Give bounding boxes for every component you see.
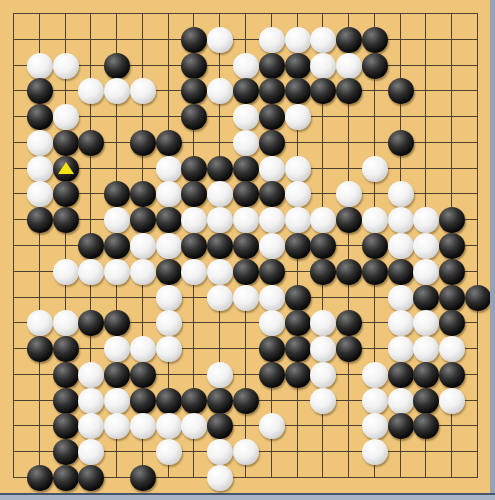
- white-stone: [233, 285, 259, 311]
- white-stone: [27, 130, 53, 156]
- white-stone: [233, 104, 259, 130]
- black-stone: [207, 388, 233, 414]
- black-stone: [336, 207, 362, 233]
- grid-line-horizontal: [13, 425, 478, 426]
- grid-line-horizontal: [13, 322, 478, 323]
- black-stone: [388, 259, 414, 285]
- black-stone: [181, 156, 207, 182]
- white-stone: [285, 181, 311, 207]
- black-stone: [336, 78, 362, 104]
- grid-line-horizontal: [13, 39, 478, 40]
- black-stone: [285, 285, 311, 311]
- black-stone: [207, 156, 233, 182]
- grid-line-horizontal: [13, 90, 478, 91]
- black-stone: [233, 181, 259, 207]
- white-stone: [362, 207, 388, 233]
- black-stone: [181, 388, 207, 414]
- white-stone: [310, 388, 336, 414]
- white-stone: [362, 439, 388, 465]
- white-stone: [259, 310, 285, 336]
- white-stone: [130, 78, 156, 104]
- black-stone: [156, 388, 182, 414]
- black-stone: [388, 78, 414, 104]
- black-stone: [362, 27, 388, 53]
- grid-line-horizontal: [13, 374, 478, 375]
- black-stone: [53, 130, 79, 156]
- white-stone: [388, 310, 414, 336]
- black-stone: [104, 181, 130, 207]
- white-stone: [362, 156, 388, 182]
- black-stone: [310, 259, 336, 285]
- black-stone: [207, 413, 233, 439]
- black-stone: [285, 336, 311, 362]
- white-stone: [336, 181, 362, 207]
- white-stone: [156, 336, 182, 362]
- black-stone: [233, 388, 259, 414]
- white-stone: [310, 362, 336, 388]
- white-stone: [413, 336, 439, 362]
- black-stone: [336, 336, 362, 362]
- black-stone: [362, 259, 388, 285]
- black-stone: [233, 78, 259, 104]
- white-stone: [207, 181, 233, 207]
- white-stone: [413, 310, 439, 336]
- black-stone: [181, 233, 207, 259]
- black-stone: [439, 259, 465, 285]
- black-stone: [78, 310, 104, 336]
- black-stone: [156, 259, 182, 285]
- black-stone: [181, 181, 207, 207]
- black-stone: [53, 465, 79, 491]
- white-stone: [388, 233, 414, 259]
- black-stone: [207, 233, 233, 259]
- black-stone: [181, 104, 207, 130]
- black-stone: [439, 362, 465, 388]
- white-stone: [233, 130, 259, 156]
- black-stone: [336, 27, 362, 53]
- black-stone: [27, 465, 53, 491]
- white-stone: [53, 310, 79, 336]
- grid-line-vertical: [297, 13, 298, 478]
- black-stone: [413, 362, 439, 388]
- black-stone: [259, 78, 285, 104]
- white-stone: [285, 27, 311, 53]
- white-stone: [388, 207, 414, 233]
- black-stone: [259, 259, 285, 285]
- white-stone: [130, 233, 156, 259]
- black-stone: [336, 259, 362, 285]
- black-stone: [78, 130, 104, 156]
- white-stone: [388, 388, 414, 414]
- black-stone: [53, 207, 79, 233]
- white-stone: [181, 259, 207, 285]
- white-stone: [27, 181, 53, 207]
- black-stone: [285, 78, 311, 104]
- black-stone: [259, 336, 285, 362]
- black-stone: [104, 310, 130, 336]
- grid-line-vertical: [219, 13, 220, 478]
- grid-line-horizontal: [13, 65, 478, 66]
- black-stone: [53, 413, 79, 439]
- black-stone: [130, 362, 156, 388]
- white-stone: [336, 53, 362, 79]
- white-stone: [233, 53, 259, 79]
- white-stone: [259, 27, 285, 53]
- grid-line-vertical: [168, 13, 169, 478]
- black-stone: [53, 156, 79, 182]
- black-stone: [130, 388, 156, 414]
- black-stone: [53, 181, 79, 207]
- white-stone: [285, 104, 311, 130]
- white-stone: [104, 259, 130, 285]
- black-stone: [130, 207, 156, 233]
- black-stone: [53, 362, 79, 388]
- black-stone: [310, 78, 336, 104]
- black-stone: [130, 130, 156, 156]
- grid-line-vertical: [39, 13, 40, 478]
- grid-line-horizontal: [13, 13, 478, 14]
- grid-line-horizontal: [13, 297, 478, 298]
- black-stone: [78, 465, 104, 491]
- white-stone: [27, 53, 53, 79]
- grid-line-horizontal: [13, 477, 478, 478]
- white-stone: [207, 285, 233, 311]
- go-board[interactable]: [0, 0, 495, 500]
- white-stone: [181, 207, 207, 233]
- white-stone: [156, 156, 182, 182]
- white-stone: [156, 285, 182, 311]
- white-stone: [27, 310, 53, 336]
- black-stone: [130, 181, 156, 207]
- grid-line-horizontal: [13, 116, 478, 117]
- white-stone: [78, 362, 104, 388]
- grid-line-horizontal: [13, 400, 478, 401]
- white-stone: [156, 233, 182, 259]
- black-stone: [27, 104, 53, 130]
- black-stone: [104, 362, 130, 388]
- white-stone: [207, 362, 233, 388]
- black-stone: [362, 53, 388, 79]
- white-stone: [413, 233, 439, 259]
- black-stone: [181, 78, 207, 104]
- black-stone: [259, 130, 285, 156]
- screenshot-root: [0, 0, 495, 500]
- triangle-marker: [58, 162, 74, 174]
- black-stone: [53, 439, 79, 465]
- grid-line-vertical: [271, 13, 272, 478]
- white-stone: [259, 413, 285, 439]
- white-stone: [310, 336, 336, 362]
- white-stone: [104, 388, 130, 414]
- black-stone: [336, 310, 362, 336]
- white-stone: [104, 207, 130, 233]
- white-stone: [310, 27, 336, 53]
- black-stone: [413, 285, 439, 311]
- grid-line-horizontal: [13, 193, 478, 194]
- black-stone: [388, 130, 414, 156]
- black-stone: [181, 27, 207, 53]
- white-stone: [310, 207, 336, 233]
- white-stone: [285, 156, 311, 182]
- grid-line-vertical: [451, 13, 452, 478]
- white-stone: [207, 207, 233, 233]
- black-stone: [310, 233, 336, 259]
- white-stone: [130, 336, 156, 362]
- black-stone: [233, 259, 259, 285]
- black-stone: [362, 233, 388, 259]
- black-stone: [439, 233, 465, 259]
- grid-line-vertical: [65, 13, 66, 478]
- white-stone: [233, 207, 259, 233]
- black-stone: [27, 336, 53, 362]
- black-stone: [413, 388, 439, 414]
- white-stone: [53, 104, 79, 130]
- white-stone: [207, 439, 233, 465]
- white-stone: [78, 388, 104, 414]
- black-stone: [78, 233, 104, 259]
- white-stone: [104, 336, 130, 362]
- white-stone: [310, 53, 336, 79]
- grid-line-vertical: [348, 13, 349, 478]
- white-stone: [207, 78, 233, 104]
- white-stone: [78, 259, 104, 285]
- white-stone: [259, 207, 285, 233]
- grid-line-vertical: [400, 13, 401, 478]
- black-stone: [104, 233, 130, 259]
- white-stone: [156, 310, 182, 336]
- grid-line-horizontal: [13, 142, 478, 143]
- black-stone: [439, 207, 465, 233]
- black-stone: [285, 53, 311, 79]
- black-stone: [27, 207, 53, 233]
- white-stone: [207, 259, 233, 285]
- grid-line-horizontal: [13, 451, 478, 452]
- white-stone: [156, 181, 182, 207]
- white-stone: [78, 78, 104, 104]
- white-stone: [53, 259, 79, 285]
- grid-line-vertical: [193, 13, 194, 478]
- black-stone: [465, 285, 491, 311]
- grid-line-vertical: [245, 13, 246, 478]
- grid-line-horizontal: [13, 168, 478, 169]
- grid-line-vertical: [142, 13, 143, 478]
- white-stone: [130, 259, 156, 285]
- black-stone: [104, 53, 130, 79]
- white-stone: [310, 310, 336, 336]
- white-stone: [259, 156, 285, 182]
- black-stone: [53, 388, 79, 414]
- white-stone: [388, 285, 414, 311]
- black-stone: [233, 233, 259, 259]
- white-stone: [207, 465, 233, 491]
- white-stone: [104, 78, 130, 104]
- grid-line-horizontal: [13, 219, 478, 220]
- black-stone: [233, 156, 259, 182]
- black-stone: [388, 413, 414, 439]
- white-stone: [259, 285, 285, 311]
- black-stone: [181, 53, 207, 79]
- black-stone: [285, 310, 311, 336]
- white-stone: [104, 413, 130, 439]
- white-stone: [156, 439, 182, 465]
- black-stone: [259, 53, 285, 79]
- black-stone: [413, 413, 439, 439]
- white-stone: [78, 413, 104, 439]
- black-stone: [259, 104, 285, 130]
- black-stone: [259, 362, 285, 388]
- white-stone: [388, 181, 414, 207]
- black-stone: [130, 465, 156, 491]
- black-stone: [285, 233, 311, 259]
- black-stone: [439, 310, 465, 336]
- grid-line-vertical: [477, 13, 478, 478]
- grid-line-vertical: [90, 13, 91, 478]
- white-stone: [78, 439, 104, 465]
- white-stone: [259, 233, 285, 259]
- white-stone: [27, 156, 53, 182]
- white-stone: [53, 53, 79, 79]
- white-stone: [233, 439, 259, 465]
- white-stone: [181, 413, 207, 439]
- black-stone: [156, 130, 182, 156]
- white-stone: [156, 413, 182, 439]
- grid-line-horizontal: [13, 245, 478, 246]
- black-stone: [439, 285, 465, 311]
- white-stone: [413, 259, 439, 285]
- grid-line-vertical: [116, 13, 117, 478]
- grid-line-horizontal: [13, 271, 478, 272]
- black-stone: [388, 362, 414, 388]
- white-stone: [362, 413, 388, 439]
- grid-line-vertical: [425, 13, 426, 478]
- black-stone: [27, 78, 53, 104]
- grid-line-vertical: [322, 13, 323, 478]
- white-stone: [362, 388, 388, 414]
- white-stone: [130, 413, 156, 439]
- black-stone: [156, 207, 182, 233]
- white-stone: [388, 336, 414, 362]
- black-stone: [53, 336, 79, 362]
- white-stone: [439, 388, 465, 414]
- grid-line-vertical: [374, 13, 375, 478]
- black-stone: [259, 181, 285, 207]
- white-stone: [207, 27, 233, 53]
- white-stone: [439, 336, 465, 362]
- white-stone: [285, 207, 311, 233]
- white-stone: [413, 207, 439, 233]
- grid-line-horizontal: [13, 348, 478, 349]
- grid-line-vertical: [13, 13, 14, 478]
- black-stone: [285, 362, 311, 388]
- white-stone: [362, 362, 388, 388]
